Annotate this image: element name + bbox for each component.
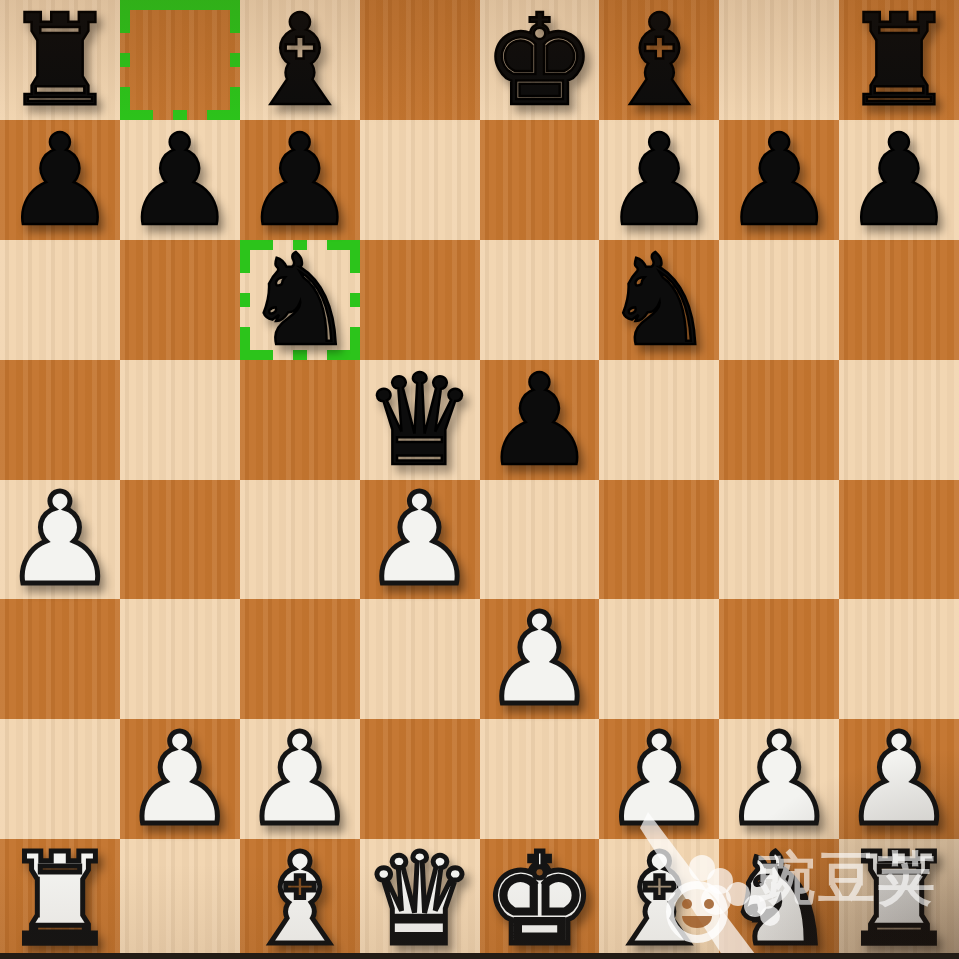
piece-black-pawn[interactable]: ♟: [599, 121, 719, 241]
square-b8[interactable]: [120, 0, 240, 120]
square-h2[interactable]: ♟: [839, 719, 959, 839]
square-f3[interactable]: [599, 599, 719, 719]
square-g6[interactable]: [719, 240, 839, 360]
square-g3[interactable]: [719, 599, 839, 719]
square-g5[interactable]: [719, 360, 839, 480]
piece-black-pawn[interactable]: ♟: [719, 121, 839, 241]
square-b3[interactable]: [120, 599, 240, 719]
square-d2[interactable]: [360, 719, 480, 839]
piece-white-pawn[interactable]: ♟: [240, 720, 360, 840]
square-g7[interactable]: ♟: [719, 120, 839, 240]
square-c2[interactable]: ♟: [240, 719, 360, 839]
square-h6[interactable]: [839, 240, 959, 360]
bottom-edge-bar: [0, 953, 959, 959]
piece-white-pawn[interactable]: ♟: [719, 720, 839, 840]
piece-white-queen[interactable]: ♛: [360, 840, 480, 959]
square-c7[interactable]: ♟: [240, 120, 360, 240]
square-b2[interactable]: ♟: [120, 719, 240, 839]
square-f7[interactable]: ♟: [599, 120, 719, 240]
square-d1[interactable]: ♛: [360, 839, 480, 959]
piece-white-pawn[interactable]: ♟: [839, 720, 959, 840]
piece-white-knight[interactable]: ♞: [719, 840, 839, 959]
square-e6[interactable]: [480, 240, 600, 360]
square-c5[interactable]: [240, 360, 360, 480]
square-c4[interactable]: [240, 480, 360, 600]
square-a5[interactable]: [0, 360, 120, 480]
piece-black-knight[interactable]: ♞: [599, 241, 719, 361]
piece-white-pawn[interactable]: ♟: [599, 720, 719, 840]
square-f1[interactable]: ♝: [599, 839, 719, 959]
piece-black-knight[interactable]: ♞: [240, 241, 360, 361]
square-a3[interactable]: [0, 599, 120, 719]
square-g4[interactable]: [719, 480, 839, 600]
piece-black-bishop[interactable]: ♝: [599, 1, 719, 121]
square-b5[interactable]: [120, 360, 240, 480]
square-f8[interactable]: ♝: [599, 0, 719, 120]
square-c6[interactable]: ♞: [240, 240, 360, 360]
square-e4[interactable]: [480, 480, 600, 600]
square-h3[interactable]: [839, 599, 959, 719]
square-h1[interactable]: ♜: [839, 839, 959, 959]
piece-white-rook[interactable]: ♜: [0, 840, 120, 959]
square-g1[interactable]: ♞: [719, 839, 839, 959]
square-a7[interactable]: ♟: [0, 120, 120, 240]
square-d3[interactable]: [360, 599, 480, 719]
piece-white-pawn[interactable]: ♟: [0, 481, 120, 601]
square-d6[interactable]: [360, 240, 480, 360]
square-e8[interactable]: ♚: [480, 0, 600, 120]
square-b6[interactable]: [120, 240, 240, 360]
square-h4[interactable]: [839, 480, 959, 600]
square-a8[interactable]: ♜: [0, 0, 120, 120]
square-f6[interactable]: ♞: [599, 240, 719, 360]
square-g2[interactable]: ♟: [719, 719, 839, 839]
piece-white-king[interactable]: ♚: [480, 840, 600, 959]
square-d4[interactable]: ♟: [360, 480, 480, 600]
square-e5[interactable]: ♟: [480, 360, 600, 480]
last-move-highlight-b8: [120, 0, 240, 120]
chess-app-screenshot: ♜♝♚♝♜♟♟♟♟♟♟♞♞♛♟♟♟♟♟♟♟♟♟♜♝♛♚♝♞♜ 豌豆荚: [0, 0, 959, 959]
square-a2[interactable]: [0, 719, 120, 839]
square-a6[interactable]: [0, 240, 120, 360]
square-h7[interactable]: ♟: [839, 120, 959, 240]
piece-white-pawn[interactable]: ♟: [360, 481, 480, 601]
square-f2[interactable]: ♟: [599, 719, 719, 839]
piece-black-pawn[interactable]: ♟: [839, 121, 959, 241]
piece-black-pawn[interactable]: ♟: [0, 121, 120, 241]
square-c8[interactable]: ♝: [240, 0, 360, 120]
piece-white-pawn[interactable]: ♟: [120, 720, 240, 840]
piece-white-rook[interactable]: ♜: [839, 840, 959, 959]
square-a1[interactable]: ♜: [0, 839, 120, 959]
square-d5[interactable]: ♛: [360, 360, 480, 480]
piece-black-king[interactable]: ♚: [480, 1, 600, 121]
piece-white-bishop[interactable]: ♝: [240, 840, 360, 959]
square-e3[interactable]: ♟: [480, 599, 600, 719]
square-d8[interactable]: [360, 0, 480, 120]
piece-black-pawn[interactable]: ♟: [120, 121, 240, 241]
piece-white-bishop[interactable]: ♝: [599, 840, 719, 959]
square-f4[interactable]: [599, 480, 719, 600]
piece-black-bishop[interactable]: ♝: [240, 1, 360, 121]
piece-black-pawn[interactable]: ♟: [480, 361, 600, 481]
piece-white-pawn[interactable]: ♟: [480, 600, 600, 720]
square-b1[interactable]: [120, 839, 240, 959]
square-c1[interactable]: ♝: [240, 839, 360, 959]
square-a4[interactable]: ♟: [0, 480, 120, 600]
square-d7[interactable]: [360, 120, 480, 240]
square-h5[interactable]: [839, 360, 959, 480]
square-e7[interactable]: [480, 120, 600, 240]
square-b4[interactable]: [120, 480, 240, 600]
piece-black-rook[interactable]: ♜: [839, 1, 959, 121]
square-e2[interactable]: [480, 719, 600, 839]
piece-black-rook[interactable]: ♜: [0, 1, 120, 121]
piece-black-pawn[interactable]: ♟: [240, 121, 360, 241]
square-c3[interactable]: [240, 599, 360, 719]
square-g8[interactable]: [719, 0, 839, 120]
square-e1[interactable]: ♚: [480, 839, 600, 959]
square-b7[interactable]: ♟: [120, 120, 240, 240]
square-h8[interactable]: ♜: [839, 0, 959, 120]
piece-black-queen[interactable]: ♛: [360, 361, 480, 481]
chess-board: ♜♝♚♝♜♟♟♟♟♟♟♞♞♛♟♟♟♟♟♟♟♟♟♜♝♛♚♝♞♜: [0, 0, 959, 959]
square-f5[interactable]: [599, 360, 719, 480]
